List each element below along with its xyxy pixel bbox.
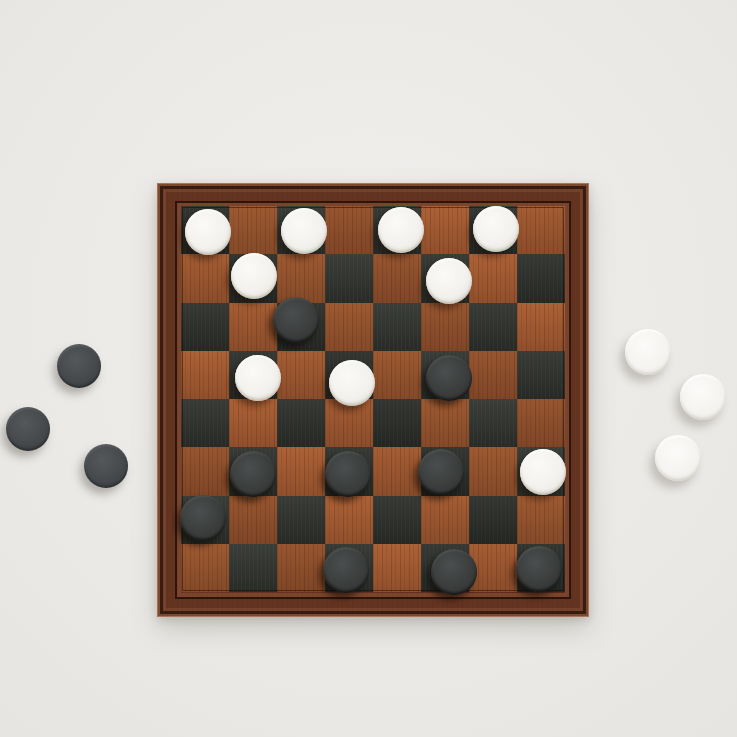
white-checker-piece[interactable] — [378, 207, 424, 253]
off-board-white-checker-piece[interactable] — [655, 435, 701, 481]
off-board-black-checker-piece[interactable] — [57, 344, 101, 388]
black-checker-piece[interactable] — [325, 451, 371, 497]
off-board-white-checker-piece[interactable] — [625, 329, 671, 375]
black-checker-piece[interactable] — [323, 547, 369, 593]
black-checker-piece[interactable] — [426, 355, 472, 401]
off-board-black-checker-piece[interactable] — [6, 407, 50, 451]
playing-area — [181, 206, 565, 592]
white-checker-piece[interactable] — [231, 253, 277, 299]
checkers-board — [157, 183, 589, 617]
white-checker-piece[interactable] — [426, 258, 472, 304]
black-checker-piece[interactable] — [418, 449, 464, 495]
white-checker-piece[interactable] — [281, 208, 327, 254]
white-checker-piece[interactable] — [235, 355, 281, 401]
pieces-layer — [181, 206, 565, 592]
black-checker-piece[interactable] — [230, 451, 276, 497]
white-checker-piece[interactable] — [185, 209, 231, 255]
black-checker-piece[interactable] — [180, 495, 226, 541]
white-checker-piece[interactable] — [329, 360, 375, 406]
off-board-black-checker-piece[interactable] — [84, 444, 128, 488]
scene — [0, 0, 737, 737]
black-checker-piece[interactable] — [273, 297, 319, 343]
white-checker-piece[interactable] — [520, 449, 566, 495]
white-checker-piece[interactable] — [473, 206, 519, 252]
off-board-white-checker-piece[interactable] — [680, 374, 726, 420]
black-checker-piece[interactable] — [516, 546, 562, 592]
black-checker-piece[interactable] — [431, 549, 477, 595]
